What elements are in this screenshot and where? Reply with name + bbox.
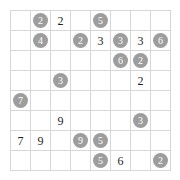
cell-r7c5[interactable]: 5 — [90, 130, 110, 150]
cell-r6c7[interactable]: 3 — [130, 110, 150, 130]
clue-circle: 3 — [133, 113, 148, 128]
cell-r3c7[interactable]: 2 — [130, 50, 150, 70]
cell-r7c8[interactable] — [150, 130, 170, 150]
plain-clue-digit: 6 — [118, 155, 124, 167]
cell-r8c2[interactable] — [30, 150, 50, 170]
puzzle-board: 22542333662327937995562 — [10, 10, 171, 171]
cell-r5c1[interactable]: 7 — [10, 90, 30, 110]
cell-r6c5[interactable] — [90, 110, 110, 130]
cell-r2c3[interactable] — [50, 30, 70, 50]
cell-r4c5[interactable] — [90, 70, 110, 90]
clue-circle: 5 — [93, 13, 108, 28]
clue-circle: 3 — [53, 73, 68, 88]
cell-r5c8[interactable] — [150, 90, 170, 110]
cell-r4c3[interactable]: 3 — [50, 70, 70, 90]
cell-r3c8[interactable] — [150, 50, 170, 70]
circled-clue-digit: 3 — [118, 36, 123, 46]
plain-clue-digit: 3 — [138, 35, 144, 47]
cell-r4c2[interactable] — [30, 70, 50, 90]
clue-circle: 6 — [113, 53, 128, 68]
cell-r4c7[interactable]: 2 — [130, 70, 150, 90]
clue-circle: 5 — [93, 133, 108, 148]
cell-r8c6[interactable]: 6 — [110, 150, 130, 170]
cell-r4c1[interactable] — [10, 70, 30, 90]
plain-clue-digit: 2 — [138, 75, 144, 87]
puzzle-board-cells: 22542333662327937995562 — [10, 10, 171, 171]
cell-r3c5[interactable] — [90, 50, 110, 70]
cell-r6c2[interactable] — [30, 110, 50, 130]
circled-clue-digit: 6 — [118, 56, 123, 66]
cell-r2c4[interactable]: 2 — [70, 30, 90, 50]
cell-r1c6[interactable] — [110, 10, 130, 30]
cell-r6c3[interactable]: 9 — [50, 110, 70, 130]
clue-circle: 5 — [93, 153, 108, 168]
circled-clue-digit: 3 — [138, 116, 143, 126]
cell-r8c5[interactable]: 5 — [90, 150, 110, 170]
cell-r8c3[interactable] — [50, 150, 70, 170]
cell-r3c4[interactable] — [70, 50, 90, 70]
cell-r2c8[interactable]: 6 — [150, 30, 170, 50]
cell-r5c7[interactable] — [130, 90, 150, 110]
cell-r2c2[interactable]: 4 — [30, 30, 50, 50]
cell-r7c3[interactable] — [50, 130, 70, 150]
cell-r8c8[interactable]: 2 — [150, 150, 170, 170]
cell-r6c8[interactable] — [150, 110, 170, 130]
cell-r3c1[interactable] — [10, 50, 30, 70]
circled-clue-digit: 2 — [138, 56, 143, 66]
cell-r4c6[interactable] — [110, 70, 130, 90]
cell-r5c5[interactable] — [90, 90, 110, 110]
cell-r7c7[interactable] — [130, 130, 150, 150]
circled-clue-digit: 5 — [98, 136, 103, 146]
cell-r2c7[interactable]: 3 — [130, 30, 150, 50]
cell-r1c4[interactable] — [70, 10, 90, 30]
circled-clue-digit: 6 — [158, 36, 163, 46]
puzzle-page: 22542333662327937995562 — [0, 0, 180, 180]
circled-clue-digit: 2 — [158, 156, 163, 166]
cell-r5c3[interactable] — [50, 90, 70, 110]
cell-r6c1[interactable] — [10, 110, 30, 130]
cell-r6c4[interactable] — [70, 110, 90, 130]
plain-clue-digit: 3 — [98, 35, 104, 47]
cell-r8c4[interactable] — [70, 150, 90, 170]
cell-r2c1[interactable] — [10, 30, 30, 50]
circled-clue-digit: 3 — [58, 76, 63, 86]
cell-r7c1[interactable]: 7 — [10, 130, 30, 150]
cell-r1c3[interactable]: 2 — [50, 10, 70, 30]
plain-clue-digit: 2 — [58, 15, 64, 27]
cell-r7c6[interactable] — [110, 130, 130, 150]
cell-r1c5[interactable]: 5 — [90, 10, 110, 30]
circled-clue-digit: 9 — [78, 136, 83, 146]
circled-clue-digit: 5 — [98, 156, 103, 166]
clue-circle: 2 — [133, 53, 148, 68]
circled-clue-digit: 7 — [18, 96, 23, 106]
clue-circle: 2 — [73, 33, 88, 48]
cell-r3c2[interactable] — [30, 50, 50, 70]
circled-clue-digit: 2 — [38, 16, 43, 26]
cell-r5c4[interactable] — [70, 90, 90, 110]
cell-r7c4[interactable]: 9 — [70, 130, 90, 150]
clue-circle: 6 — [153, 33, 168, 48]
plain-clue-digit: 9 — [58, 115, 64, 127]
plain-clue-digit: 9 — [38, 135, 44, 147]
cell-r3c3[interactable] — [50, 50, 70, 70]
cell-r7c2[interactable]: 9 — [30, 130, 50, 150]
cell-r1c1[interactable] — [10, 10, 30, 30]
cell-r4c4[interactable] — [70, 70, 90, 90]
clue-circle: 2 — [33, 13, 48, 28]
cell-r2c5[interactable]: 3 — [90, 30, 110, 50]
cell-r5c2[interactable] — [30, 90, 50, 110]
circled-clue-digit: 5 — [98, 16, 103, 26]
clue-circle: 3 — [113, 33, 128, 48]
circled-clue-digit: 4 — [38, 36, 43, 46]
clue-circle: 4 — [33, 33, 48, 48]
clue-circle: 7 — [13, 93, 28, 108]
cell-r8c7[interactable] — [130, 150, 150, 170]
cell-r5c6[interactable] — [110, 90, 130, 110]
clue-circle: 2 — [153, 153, 168, 168]
cell-r4c8[interactable] — [150, 70, 170, 90]
plain-clue-digit: 7 — [18, 135, 24, 147]
cell-r6c6[interactable] — [110, 110, 130, 130]
cell-r2c6[interactable]: 3 — [110, 30, 130, 50]
clue-circle: 9 — [73, 133, 88, 148]
cell-r8c1[interactable] — [10, 150, 30, 170]
cell-r1c2[interactable]: 2 — [30, 10, 50, 30]
cell-r3c6[interactable]: 6 — [110, 50, 130, 70]
cell-r1c8[interactable] — [150, 10, 170, 30]
cell-r1c7[interactable] — [130, 10, 150, 30]
circled-clue-digit: 2 — [78, 36, 83, 46]
